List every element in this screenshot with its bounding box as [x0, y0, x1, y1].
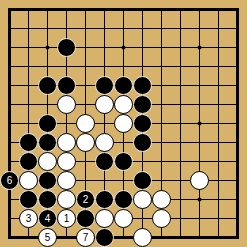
- white-stone: [133, 190, 152, 209]
- white-stone: [19, 171, 38, 190]
- black-stone: [95, 190, 114, 209]
- stones-layer: 6234157: [0, 0, 247, 247]
- move-number-label: 6: [7, 176, 13, 186]
- black-stone: [38, 133, 57, 152]
- black-stone: [133, 133, 152, 152]
- black-stone: [38, 114, 57, 133]
- black-stone-move-6: 6: [0, 171, 19, 190]
- black-stone-move-4: 4: [38, 209, 57, 228]
- black-stone: [95, 152, 114, 171]
- black-stone: [133, 95, 152, 114]
- black-stone: [57, 38, 76, 57]
- white-stone: [114, 95, 133, 114]
- white-stone: [76, 114, 95, 133]
- go-board: 6234157: [0, 0, 247, 247]
- white-stone: [38, 152, 57, 171]
- black-stone: [19, 133, 38, 152]
- black-stone: [76, 209, 95, 228]
- black-stone: [38, 190, 57, 209]
- black-stone: [95, 76, 114, 95]
- black-stone-move-2: 2: [76, 190, 95, 209]
- white-stone: [152, 209, 171, 228]
- white-stone: [95, 133, 114, 152]
- white-stone: [76, 133, 95, 152]
- white-stone: [133, 228, 152, 247]
- white-stone: [114, 209, 133, 228]
- white-stone-move-5: 5: [38, 228, 57, 247]
- white-stone: [95, 209, 114, 228]
- black-stone: [19, 190, 38, 209]
- white-stone: [190, 171, 209, 190]
- black-stone: [114, 76, 133, 95]
- white-stone: [57, 133, 76, 152]
- white-stone: [95, 95, 114, 114]
- move-number-label: 1: [64, 214, 70, 224]
- white-stone-move-3: 3: [19, 209, 38, 228]
- white-stone: [152, 190, 171, 209]
- move-number-label: 2: [83, 195, 89, 205]
- white-stone-move-7: 7: [76, 228, 95, 247]
- black-stone: [57, 76, 76, 95]
- white-stone: [57, 152, 76, 171]
- black-stone: [133, 76, 152, 95]
- move-number-label: 4: [45, 214, 51, 224]
- black-stone: [38, 171, 57, 190]
- black-stone: [133, 171, 152, 190]
- black-stone: [133, 114, 152, 133]
- white-stone-move-1: 1: [57, 209, 76, 228]
- move-number-label: 3: [26, 214, 32, 224]
- black-stone: [114, 190, 133, 209]
- white-stone: [57, 95, 76, 114]
- black-stone: [114, 152, 133, 171]
- black-stone: [95, 228, 114, 247]
- black-stone: [19, 152, 38, 171]
- white-stone: [57, 190, 76, 209]
- black-stone: [38, 76, 57, 95]
- white-stone: [57, 171, 76, 190]
- white-stone: [114, 114, 133, 133]
- move-number-label: 7: [83, 233, 89, 243]
- move-number-label: 5: [45, 233, 51, 243]
